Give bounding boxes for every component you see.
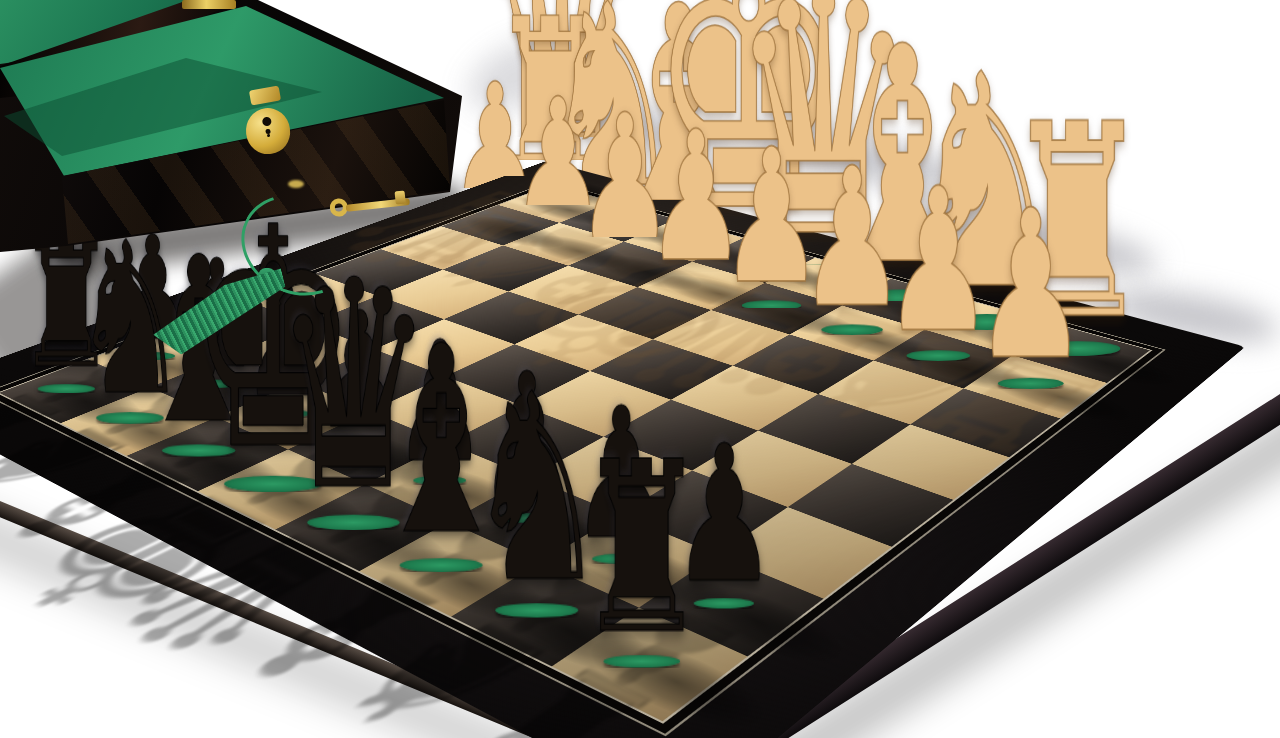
- black-rook-a8: ♜: [514, 200, 770, 667]
- chess-box: [0, 0, 475, 265]
- brass-glint: [288, 180, 304, 188]
- chess-set-product-photo: ♛♜♞♝♚♛♝♞♟♜♟♜♟♞♟♝♟♚♟♛♟♝♟♞♜ ♛♜♞♟♝♟♚♟♛♟♝♟♞♟…: [0, 0, 1280, 738]
- brass-hinge: [182, 0, 236, 9]
- key-bit: [395, 191, 406, 205]
- white-pawn-a2: ♟: [936, 41, 1126, 389]
